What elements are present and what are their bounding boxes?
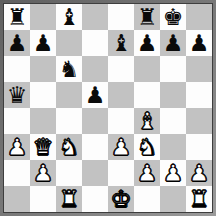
square-f1[interactable] [134,186,160,212]
chess-board: ♜♝♜♚♟♟♝♟♟♟♞♛♟♝♟♛♞♟♞♟♟♟♟♜♚♜ [4,4,212,212]
square-b6[interactable] [30,56,56,82]
black-knight-icon: ♞ [56,56,82,82]
square-e5[interactable] [108,82,134,108]
black-pawn-icon: ♟ [30,30,56,56]
black-rook-icon: ♜ [134,4,160,30]
black-rook-icon: ♜ [4,4,30,30]
square-h3[interactable] [186,134,212,160]
square-e4[interactable] [108,108,134,134]
square-c5[interactable] [56,82,82,108]
square-d1[interactable] [82,186,108,212]
white-rook-icon: ♜ [186,186,212,212]
black-bishop-icon: ♝ [108,30,134,56]
black-pawn-icon: ♟ [186,30,212,56]
square-c2[interactable] [56,160,82,186]
square-f4[interactable]: ♝ [134,108,160,134]
square-e1[interactable]: ♚ [108,186,134,212]
square-e6[interactable] [108,56,134,82]
square-a4[interactable] [4,108,30,134]
square-g3[interactable] [160,134,186,160]
square-c7[interactable] [56,30,82,56]
black-pawn-icon: ♟ [134,30,160,56]
square-h8[interactable] [186,4,212,30]
white-knight-icon: ♞ [56,134,82,160]
white-bishop-icon: ♝ [134,108,160,134]
square-c6[interactable]: ♞ [56,56,82,82]
white-rook-icon: ♜ [56,186,82,212]
chess-board-frame: ♜♝♜♚♟♟♝♟♟♟♞♛♟♝♟♛♞♟♞♟♟♟♟♜♚♜ [0,0,216,216]
black-pawn-icon: ♟ [4,30,30,56]
square-d7[interactable] [82,30,108,56]
square-f5[interactable] [134,82,160,108]
square-d4[interactable] [82,108,108,134]
square-d8[interactable] [82,4,108,30]
black-pawn-icon: ♟ [160,30,186,56]
white-king-icon: ♚ [108,186,134,212]
square-f3[interactable]: ♞ [134,134,160,160]
white-knight-icon: ♞ [134,134,160,160]
square-b1[interactable] [30,186,56,212]
square-c1[interactable]: ♜ [56,186,82,212]
square-e3[interactable]: ♟ [108,134,134,160]
square-g5[interactable] [160,82,186,108]
square-a7[interactable]: ♟ [4,30,30,56]
square-f6[interactable] [134,56,160,82]
square-b3[interactable]: ♛ [30,134,56,160]
square-d3[interactable] [82,134,108,160]
black-queen-icon: ♛ [4,82,30,108]
square-b5[interactable] [30,82,56,108]
square-g1[interactable] [160,186,186,212]
square-c8[interactable]: ♝ [56,4,82,30]
square-f8[interactable]: ♜ [134,4,160,30]
square-b7[interactable]: ♟ [30,30,56,56]
white-pawn-icon: ♟ [134,160,160,186]
white-pawn-icon: ♟ [108,134,134,160]
square-d5[interactable]: ♟ [82,82,108,108]
square-e8[interactable] [108,4,134,30]
white-pawn-icon: ♟ [30,160,56,186]
square-g7[interactable]: ♟ [160,30,186,56]
square-a6[interactable] [4,56,30,82]
square-a2[interactable] [4,160,30,186]
white-pawn-icon: ♟ [186,160,212,186]
square-g8[interactable]: ♚ [160,4,186,30]
square-c3[interactable]: ♞ [56,134,82,160]
square-b2[interactable]: ♟ [30,160,56,186]
square-d2[interactable] [82,160,108,186]
square-a1[interactable] [4,186,30,212]
black-bishop-icon: ♝ [56,4,82,30]
square-e2[interactable] [108,160,134,186]
square-h2[interactable]: ♟ [186,160,212,186]
square-b4[interactable] [30,108,56,134]
square-h6[interactable] [186,56,212,82]
square-f7[interactable]: ♟ [134,30,160,56]
square-a3[interactable]: ♟ [4,134,30,160]
square-h7[interactable]: ♟ [186,30,212,56]
square-c4[interactable] [56,108,82,134]
square-b8[interactable] [30,4,56,30]
white-queen-icon: ♛ [30,134,56,160]
square-h5[interactable] [186,82,212,108]
square-a5[interactable]: ♛ [4,82,30,108]
black-pawn-icon: ♟ [82,82,108,108]
square-g4[interactable] [160,108,186,134]
square-d6[interactable] [82,56,108,82]
square-h1[interactable]: ♜ [186,186,212,212]
square-h4[interactable] [186,108,212,134]
square-g2[interactable]: ♟ [160,160,186,186]
square-a8[interactable]: ♜ [4,4,30,30]
black-king-icon: ♚ [160,4,186,30]
white-pawn-icon: ♟ [4,134,30,160]
white-pawn-icon: ♟ [160,160,186,186]
square-f2[interactable]: ♟ [134,160,160,186]
square-g6[interactable] [160,56,186,82]
square-e7[interactable]: ♝ [108,30,134,56]
